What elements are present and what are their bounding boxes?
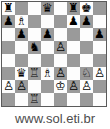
square-f4	[67, 54, 80, 67]
black-pawn-piece: ♟	[81, 15, 92, 28]
square-d1	[41, 93, 54, 106]
square-a4	[2, 54, 15, 67]
square-b1	[15, 93, 28, 106]
black-queen-piece: ♛	[42, 2, 53, 15]
square-d8: ♛	[41, 2, 54, 15]
black-knight-piece: ♞	[29, 41, 40, 54]
white-king-piece: ♔	[55, 80, 66, 93]
square-e8	[54, 2, 67, 15]
square-a5	[2, 41, 15, 54]
square-f5	[67, 41, 80, 54]
square-f2: ♙	[67, 80, 80, 93]
square-a1	[2, 93, 15, 106]
square-c3: ♖	[28, 67, 41, 80]
square-d2	[41, 80, 54, 93]
square-h1	[93, 93, 106, 106]
white-bishop-piece: ♗	[42, 67, 53, 80]
white-pawn-piece: ♙	[16, 80, 27, 93]
square-e5: ♙	[54, 41, 67, 54]
black-pawn-piece: ♟	[94, 28, 105, 41]
square-d3: ♗	[41, 67, 54, 80]
white-pawn-piece: ♙	[3, 80, 14, 93]
square-h8	[93, 2, 106, 15]
square-c1: ♖	[28, 93, 41, 106]
white-rook-piece: ♖	[29, 93, 40, 106]
black-pawn-piece: ♟	[68, 15, 79, 28]
square-g5	[80, 41, 93, 54]
square-a6	[2, 28, 15, 41]
black-pawn-piece: ♟	[42, 28, 53, 41]
board-wrapper: ♜♛♜♚♟♗♟♟♟♟♟♞♙♛♖♗♙♘♙♙♙♔♙♙♖	[0, 0, 110, 107]
white-rook-piece: ♖	[29, 67, 40, 80]
square-e2: ♔	[54, 80, 67, 93]
black-pawn-piece: ♟	[3, 15, 14, 28]
square-h5	[93, 41, 106, 54]
square-f7: ♟	[67, 15, 80, 28]
square-h3: ♙	[93, 67, 106, 80]
square-c7	[28, 15, 41, 28]
square-g6	[80, 28, 93, 41]
square-a2: ♙	[2, 80, 15, 93]
square-d6: ♟	[41, 28, 54, 41]
square-c5: ♞	[28, 41, 41, 54]
white-pawn-piece: ♙	[55, 41, 66, 54]
caption-bar: www.sol.eti.br	[0, 107, 110, 129]
square-g2: ♙	[80, 80, 93, 93]
square-g1	[80, 93, 93, 106]
square-h6: ♟	[93, 28, 106, 41]
square-b6: ♟	[15, 28, 28, 41]
square-h2	[93, 80, 106, 93]
square-b5	[15, 41, 28, 54]
white-pawn-piece: ♙	[81, 80, 92, 93]
site-url-watermark: www.sol.eti.br	[15, 111, 95, 126]
square-g7: ♟	[80, 15, 93, 28]
black-pawn-piece: ♟	[16, 28, 27, 41]
square-d5	[41, 41, 54, 54]
square-e7	[54, 15, 67, 28]
square-f1	[67, 93, 80, 106]
square-e1	[54, 93, 67, 106]
square-b2: ♙	[15, 80, 28, 93]
square-a7: ♟	[2, 15, 15, 28]
white-pawn-piece: ♙	[94, 67, 105, 80]
square-c8	[28, 2, 41, 15]
white-pawn-piece: ♙	[68, 80, 79, 93]
square-f6	[67, 28, 80, 41]
chess-board: ♜♛♜♚♟♗♟♟♟♟♟♞♙♛♖♗♙♘♙♙♙♔♙♙♖	[1, 1, 107, 107]
